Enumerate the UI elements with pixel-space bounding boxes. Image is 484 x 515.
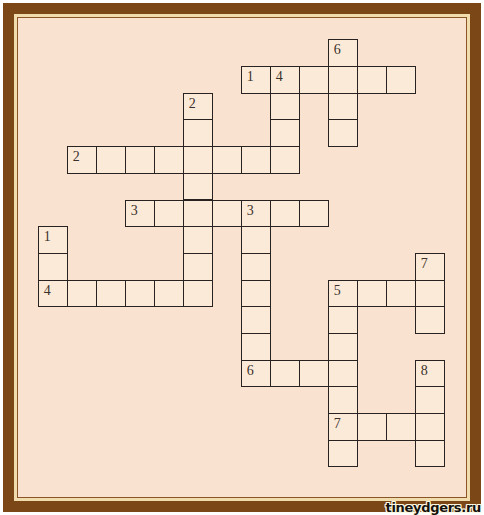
crossword-cell[interactable]: 6 (328, 39, 358, 67)
crossword-cell[interactable] (299, 200, 329, 228)
crossword-cell[interactable] (183, 173, 213, 201)
crossword-cell[interactable] (328, 306, 358, 334)
clue-number: 7 (421, 254, 428, 273)
crossword-cell[interactable] (328, 66, 358, 94)
crossword-cell[interactable] (183, 146, 213, 174)
clue-number: 3 (247, 201, 254, 220)
crossword-page: 61422331745687 tineydgers.ru (0, 0, 484, 515)
crossword-cell[interactable] (328, 360, 358, 388)
crossword-cell[interactable] (241, 253, 271, 281)
clue-number: 1 (247, 67, 254, 86)
clue-number: 5 (334, 281, 341, 300)
crossword-cell[interactable] (357, 413, 387, 441)
crossword-cell[interactable] (67, 280, 97, 308)
crossword-cell[interactable] (386, 280, 416, 308)
clue-number: 2 (189, 94, 196, 113)
crossword-cell[interactable] (270, 119, 300, 147)
crossword-cell[interactable]: 7 (415, 253, 445, 281)
crossword-cell[interactable] (415, 386, 445, 414)
crossword-cell[interactable] (241, 280, 271, 308)
crossword-cell[interactable] (154, 200, 184, 228)
crossword-cell[interactable]: 1 (241, 66, 271, 94)
crossword-cell[interactable] (38, 253, 68, 281)
crossword-cell[interactable] (270, 200, 300, 228)
crossword-cell[interactable]: 4 (270, 66, 300, 94)
clue-number: 6 (247, 361, 254, 380)
crossword-cell[interactable]: 8 (415, 360, 445, 388)
frame-outer: 61422331745687 (3, 3, 481, 512)
crossword-cell[interactable] (270, 146, 300, 174)
puzzle-canvas: 61422331745687 (17, 17, 467, 498)
crossword-cell[interactable] (357, 280, 387, 308)
crossword-cell[interactable] (299, 360, 329, 388)
clue-number: 2 (73, 147, 80, 166)
crossword-cell[interactable] (328, 333, 358, 361)
clue-number: 4 (276, 67, 283, 86)
crossword-cell[interactable] (125, 280, 155, 308)
crossword-cell[interactable] (386, 66, 416, 94)
crossword-cell[interactable]: 7 (328, 413, 358, 441)
clue-number: 4 (44, 281, 51, 300)
watermark-text: tineydgers.ru (386, 500, 482, 515)
crossword-cell[interactable] (415, 413, 445, 441)
crossword-cell[interactable] (241, 226, 271, 254)
clue-number: 7 (334, 414, 341, 433)
crossword-cell[interactable] (183, 226, 213, 254)
crossword-cell[interactable] (241, 146, 271, 174)
crossword-cell[interactable] (270, 360, 300, 388)
frame-cream-line: 61422331745687 (14, 14, 470, 501)
crossword-cell[interactable] (183, 200, 213, 228)
crossword-cell[interactable] (96, 146, 126, 174)
crossword-cell[interactable] (328, 119, 358, 147)
crossword-cell[interactable]: 2 (67, 146, 97, 174)
crossword-cell[interactable] (415, 280, 445, 308)
clue-number: 3 (131, 201, 138, 220)
crossword-cell[interactable] (328, 386, 358, 414)
crossword-cell[interactable] (299, 66, 329, 94)
crossword-cell[interactable]: 4 (38, 280, 68, 308)
crossword-cell[interactable] (154, 146, 184, 174)
crossword-cell[interactable] (328, 93, 358, 121)
crossword-cell[interactable]: 1 (38, 226, 68, 254)
crossword-cell[interactable] (386, 413, 416, 441)
clue-number: 1 (44, 227, 51, 246)
crossword-cell[interactable] (241, 333, 271, 361)
crossword-cell[interactable] (183, 280, 213, 308)
crossword-cell[interactable] (125, 146, 155, 174)
crossword-cell[interactable] (212, 146, 242, 174)
crossword-cell[interactable] (183, 119, 213, 147)
crossword-cell[interactable] (357, 66, 387, 94)
crossword-cell[interactable] (96, 280, 126, 308)
crossword-cell[interactable] (183, 253, 213, 281)
crossword-cell[interactable] (328, 440, 358, 468)
crossword-cell[interactable]: 6 (241, 360, 271, 388)
crossword-cell[interactable] (270, 93, 300, 121)
clue-number: 6 (334, 40, 341, 59)
crossword-cell[interactable] (154, 280, 184, 308)
crossword-cell[interactable] (212, 200, 242, 228)
crossword-cell[interactable]: 5 (328, 280, 358, 308)
crossword-cell[interactable] (415, 440, 445, 468)
crossword-cell[interactable] (241, 306, 271, 334)
crossword-cell[interactable]: 2 (183, 93, 213, 121)
clue-number: 8 (421, 361, 428, 380)
crossword-cell[interactable] (415, 306, 445, 334)
crossword-cell[interactable]: 3 (241, 200, 271, 228)
crossword-cell[interactable]: 3 (125, 200, 155, 228)
